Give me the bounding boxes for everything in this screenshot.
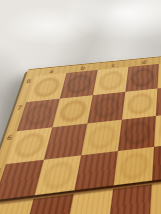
square-e5[interactable] xyxy=(152,143,161,182)
square-c7[interactable] xyxy=(87,92,125,124)
piece-stain-ring xyxy=(85,123,118,152)
square-e6[interactable] xyxy=(154,112,161,147)
piece-stain-ring xyxy=(39,159,77,192)
piece-stain-ring xyxy=(56,98,89,124)
square-d8[interactable] xyxy=(125,64,159,92)
photo-scene: abcdefgh 87654321 xyxy=(0,0,161,214)
piece-stain-ring xyxy=(11,131,48,161)
board-perspective-wrap: abcdefgh 87654321 xyxy=(28,70,161,214)
square-e7[interactable] xyxy=(156,85,161,116)
square-e8[interactable] xyxy=(157,61,161,89)
square-d7[interactable] xyxy=(122,88,158,119)
piece-stain-ring xyxy=(118,150,151,182)
piece-stain-ring xyxy=(30,76,62,99)
piece-stain-ring xyxy=(96,69,125,92)
piece-stain-ring xyxy=(158,115,161,143)
square-c6[interactable] xyxy=(81,120,122,156)
piece-stain-ring xyxy=(125,91,154,116)
piece-stain-ring xyxy=(21,102,56,128)
piece-stain-ring xyxy=(91,95,122,121)
square-d6[interactable] xyxy=(118,116,156,151)
piece-stain-ring xyxy=(64,73,95,96)
piece-stain-ring xyxy=(122,119,153,147)
piece-stain-ring xyxy=(129,66,156,89)
